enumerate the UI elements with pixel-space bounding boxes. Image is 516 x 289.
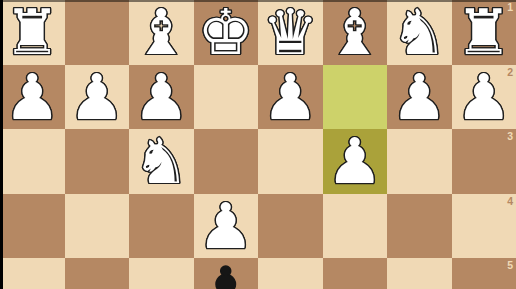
square-g4[interactable] — [65, 194, 130, 259]
square-d1[interactable]: ♛ — [258, 0, 323, 65]
square-c2[interactable] — [323, 65, 388, 130]
square-d3[interactable] — [258, 129, 323, 194]
square-f5[interactable] — [129, 258, 194, 289]
left-black-strip — [0, 0, 3, 289]
square-c5[interactable] — [323, 258, 388, 289]
white-pawn-piece[interactable]: ♟ — [327, 130, 383, 195]
white-bishop-piece[interactable]: ♝ — [133, 1, 189, 66]
white-pawn-piece[interactable]: ♟ — [198, 195, 254, 260]
white-pawn-piece[interactable]: ♟ — [69, 66, 125, 131]
black-pawn-piece[interactable]: ♟ — [198, 259, 254, 289]
square-d5[interactable] — [258, 258, 323, 289]
white-pawn-piece[interactable]: ♟ — [133, 66, 189, 131]
white-pawn-piece[interactable]: ♟ — [4, 66, 60, 131]
white-king-piece[interactable]: ♚ — [198, 1, 254, 66]
square-h4[interactable] — [0, 194, 65, 259]
square-e5[interactable]: ♟ — [194, 258, 259, 289]
square-g1[interactable] — [65, 0, 130, 65]
white-knight-piece[interactable]: ♞ — [391, 1, 447, 66]
square-c3[interactable]: ♟ — [323, 129, 388, 194]
square-b1[interactable]: ♞ — [387, 0, 452, 65]
white-pawn-piece[interactable]: ♟ — [391, 66, 447, 131]
square-f2[interactable]: ♟ — [129, 65, 194, 130]
square-h1[interactable]: ♜ — [0, 0, 65, 65]
square-c4[interactable] — [323, 194, 388, 259]
square-h2[interactable]: ♟ — [0, 65, 65, 130]
square-b2[interactable]: ♟ — [387, 65, 452, 130]
square-f4[interactable] — [129, 194, 194, 259]
white-bishop-piece[interactable]: ♝ — [327, 1, 383, 66]
rank-label-3: 3 — [507, 131, 513, 142]
square-f3[interactable]: ♞ — [129, 129, 194, 194]
square-f1[interactable]: ♝ — [129, 0, 194, 65]
white-knight-piece[interactable]: ♞ — [133, 130, 189, 195]
square-b5[interactable] — [387, 258, 452, 289]
rank-label-2: 2 — [507, 67, 513, 78]
square-e2[interactable] — [194, 65, 259, 130]
square-g2[interactable]: ♟ — [65, 65, 130, 130]
square-d2[interactable]: ♟ — [258, 65, 323, 130]
square-d4[interactable] — [258, 194, 323, 259]
rank-label-1: 1 — [507, 2, 513, 13]
square-b3[interactable] — [387, 129, 452, 194]
square-b4[interactable] — [387, 194, 452, 259]
white-pawn-piece[interactable]: ♟ — [456, 66, 512, 131]
white-rook-piece[interactable]: ♜ — [456, 1, 512, 66]
rank-label-5: 5 — [507, 260, 513, 271]
chess-board-screenshot: ♜♝♚♛♝♞♜♟♟♟♟♟♟♞♟♟♟ 12345 — [0, 0, 516, 289]
square-h5[interactable] — [0, 258, 65, 289]
square-e4[interactable]: ♟ — [194, 194, 259, 259]
square-e3[interactable] — [194, 129, 259, 194]
square-g3[interactable] — [65, 129, 130, 194]
square-c1[interactable]: ♝ — [323, 0, 388, 65]
board-grid[interactable]: ♜♝♚♛♝♞♜♟♟♟♟♟♟♞♟♟♟ — [0, 0, 516, 289]
square-e1[interactable]: ♚ — [194, 0, 259, 65]
square-h3[interactable] — [0, 129, 65, 194]
white-pawn-piece[interactable]: ♟ — [262, 66, 318, 131]
white-rook-piece[interactable]: ♜ — [4, 1, 60, 66]
white-queen-piece[interactable]: ♛ — [262, 1, 318, 66]
square-g5[interactable] — [65, 258, 130, 289]
rank-label-4: 4 — [507, 196, 513, 207]
top-edge-shade — [0, 0, 516, 2]
